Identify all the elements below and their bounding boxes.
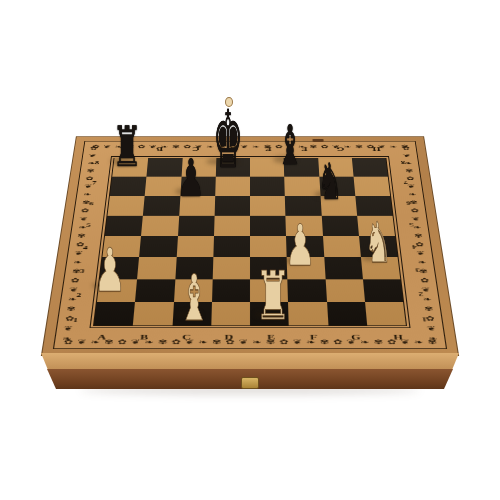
piece-black-king-d8[interactable]: ♚: [213, 100, 243, 180]
piece-black-pawn-c7[interactable]: ♟: [177, 152, 205, 204]
piece-white-knight-h3[interactable]: ♞: [364, 215, 392, 271]
piece-white-pawn-a2[interactable]: ♟: [94, 240, 126, 300]
piece-white-pawn-f3[interactable]: ♟: [285, 217, 316, 274]
piece-black-bishop-f8[interactable]: ♝: [276, 118, 304, 173]
piece-black-rook-a8[interactable]: ♜: [112, 119, 142, 175]
piece-white-bishop-c1[interactable]: ♝: [178, 266, 210, 330]
king-finial: [225, 97, 233, 107]
pieces-layer: ♜♚♝♟♞♟♝♜♟♞: [0, 0, 500, 500]
piece-black-knight-g7[interactable]: ♞: [317, 156, 342, 207]
chess-box-photo: ✿❦❧✾✿❦❧✾✿❦❧✾✿❦❧✾✿❦❧✾✿❦❧✾✿❦❧✾✿❦❧✾✿❦❧✾✿❦❧✾…: [0, 0, 500, 500]
